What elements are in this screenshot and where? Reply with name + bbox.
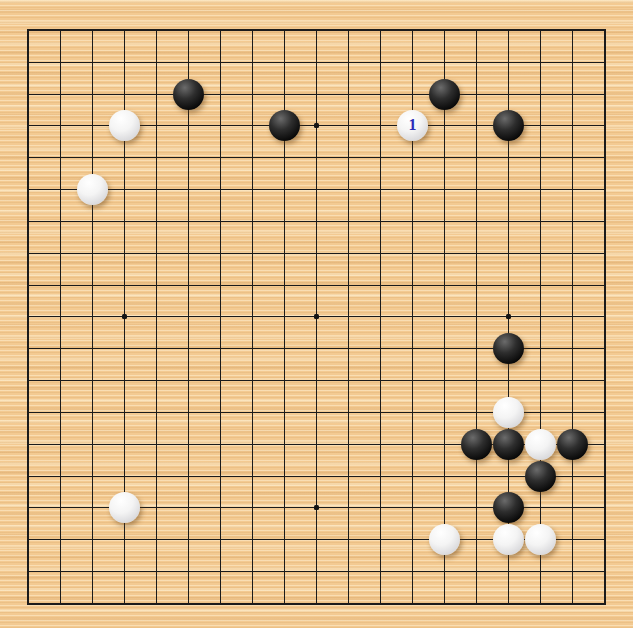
stone-white — [525, 429, 556, 460]
stone-black — [557, 429, 588, 460]
star-point — [122, 314, 127, 319]
stone-white — [109, 110, 140, 141]
stone-white — [429, 524, 460, 555]
stone-black — [493, 492, 524, 523]
stone-white-move-1: 1 — [397, 110, 428, 141]
stone-white — [525, 524, 556, 555]
stone-white — [493, 397, 524, 428]
star-point — [314, 314, 319, 319]
stone-black — [173, 79, 204, 110]
stone-black — [493, 110, 524, 141]
star-point — [314, 123, 319, 128]
go-board: 1 — [0, 0, 633, 628]
stone-black — [269, 110, 300, 141]
stone-white — [109, 492, 140, 523]
star-point — [506, 314, 511, 319]
intersection-grid[interactable]: 1 — [13, 15, 621, 620]
stone-white — [493, 524, 524, 555]
stone-black — [461, 429, 492, 460]
stone-white — [77, 174, 108, 205]
stone-black — [493, 429, 524, 460]
move-number-label: 1 — [409, 117, 417, 133]
board-grid[interactable]: 1 — [28, 30, 605, 604]
stone-black — [525, 461, 556, 492]
star-point — [314, 505, 319, 510]
stone-black — [493, 333, 524, 364]
stone-black — [429, 79, 460, 110]
